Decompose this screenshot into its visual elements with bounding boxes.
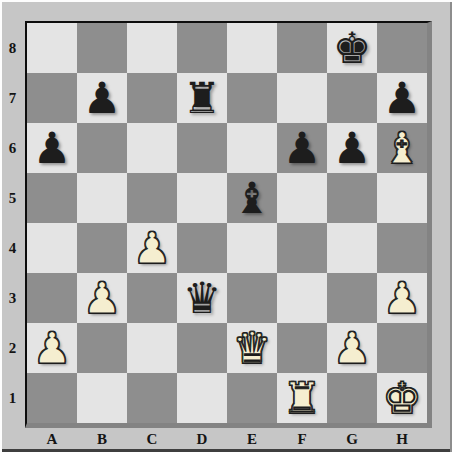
square-e4[interactable] [227,223,277,273]
square-a1[interactable] [27,373,77,423]
square-c7[interactable] [127,73,177,123]
square-e5[interactable]: ♝ [227,173,277,223]
square-h6[interactable]: ♝ [377,123,427,173]
square-f6[interactable]: ♟ [277,123,327,173]
square-h1[interactable]: ♚ [377,373,427,423]
square-a3[interactable] [27,273,77,323]
square-b5[interactable] [77,173,127,223]
file-labels: ABCDEFGH [27,430,427,448]
file-label-f: F [277,430,327,448]
file-label-g: G [327,430,377,448]
square-d3[interactable]: ♛ [177,273,227,323]
square-g2[interactable]: ♟ [327,323,377,373]
square-c6[interactable] [127,123,177,173]
square-b4[interactable] [77,223,127,273]
piece-white-bishop[interactable]: ♝ [377,123,427,173]
piece-white-pawn[interactable]: ♟ [77,273,127,323]
square-a5[interactable] [27,173,77,223]
square-h3[interactable]: ♟ [377,273,427,323]
square-h4[interactable] [377,223,427,273]
piece-black-pawn[interactable]: ♟ [377,73,427,123]
square-c2[interactable] [127,323,177,373]
rank-labels: 87654321 [0,23,25,423]
square-d8[interactable] [177,23,227,73]
square-f8[interactable] [277,23,327,73]
file-label-d: D [177,430,227,448]
square-e1[interactable] [227,373,277,423]
square-c5[interactable] [127,173,177,223]
square-d2[interactable] [177,323,227,373]
square-e8[interactable] [227,23,277,73]
file-label-h: H [377,430,427,448]
square-e2[interactable]: ♛ [227,323,277,373]
square-g8[interactable]: ♚ [327,23,377,73]
piece-white-pawn[interactable]: ♟ [377,273,427,323]
rank-label-7: 7 [0,73,25,123]
square-f1[interactable]: ♜ [277,373,327,423]
square-g6[interactable]: ♟ [327,123,377,173]
square-b8[interactable] [77,23,127,73]
piece-white-queen[interactable]: ♛ [227,323,277,373]
square-h8[interactable] [377,23,427,73]
piece-black-pawn[interactable]: ♟ [277,123,327,173]
square-d4[interactable] [177,223,227,273]
rank-label-8: 8 [0,23,25,73]
file-label-e: E [227,430,277,448]
square-f4[interactable] [277,223,327,273]
piece-white-pawn[interactable]: ♟ [27,323,77,373]
square-b6[interactable] [77,123,127,173]
file-label-b: B [77,430,127,448]
square-b3[interactable]: ♟ [77,273,127,323]
rank-label-1: 1 [0,373,25,423]
square-a2[interactable]: ♟ [27,323,77,373]
file-label-c: C [127,430,177,448]
square-f7[interactable] [277,73,327,123]
piece-black-pawn[interactable]: ♟ [77,73,127,123]
piece-white-pawn[interactable]: ♟ [327,323,377,373]
square-e6[interactable] [227,123,277,173]
chess-diagram: 87654321 ♚♟♜♟♟♟♟♝♝♟♟♛♟♟♛♟♜♚ ABCDEFGH [0,0,452,452]
square-f2[interactable] [277,323,327,373]
square-e7[interactable] [227,73,277,123]
square-g1[interactable] [327,373,377,423]
rank-label-3: 3 [0,273,25,323]
piece-black-queen[interactable]: ♛ [177,273,227,323]
square-a6[interactable]: ♟ [27,123,77,173]
square-a8[interactable] [27,23,77,73]
piece-white-rook[interactable]: ♜ [277,373,327,423]
square-e3[interactable] [227,273,277,323]
square-h5[interactable] [377,173,427,223]
square-g4[interactable] [327,223,377,273]
square-d5[interactable] [177,173,227,223]
square-g5[interactable] [327,173,377,223]
square-c1[interactable] [127,373,177,423]
square-a7[interactable] [27,73,77,123]
piece-white-pawn[interactable]: ♟ [127,223,177,273]
square-b2[interactable] [77,323,127,373]
chess-board[interactable]: ♚♟♜♟♟♟♟♝♝♟♟♛♟♟♛♟♜♚ [25,21,432,428]
square-d1[interactable] [177,373,227,423]
square-g7[interactable] [327,73,377,123]
piece-black-pawn[interactable]: ♟ [27,123,77,173]
square-d7[interactable]: ♜ [177,73,227,123]
square-b7[interactable]: ♟ [77,73,127,123]
piece-black-rook[interactable]: ♜ [177,73,227,123]
rank-label-2: 2 [0,323,25,373]
square-d6[interactable] [177,123,227,173]
piece-black-pawn[interactable]: ♟ [327,123,377,173]
square-h7[interactable]: ♟ [377,73,427,123]
square-b1[interactable] [77,373,127,423]
square-c4[interactable]: ♟ [127,223,177,273]
rank-label-4: 4 [0,223,25,273]
rank-label-5: 5 [0,173,25,223]
square-c3[interactable] [127,273,177,323]
square-h2[interactable] [377,323,427,373]
square-a4[interactable] [27,223,77,273]
square-f3[interactable] [277,273,327,323]
file-label-a: A [27,430,77,448]
piece-black-bishop[interactable]: ♝ [227,173,277,223]
square-c8[interactable] [127,23,177,73]
rank-label-6: 6 [0,123,25,173]
square-f5[interactable] [277,173,327,223]
square-g3[interactable] [327,273,377,323]
piece-white-king[interactable]: ♚ [377,373,427,423]
piece-black-king[interactable]: ♚ [327,23,377,73]
